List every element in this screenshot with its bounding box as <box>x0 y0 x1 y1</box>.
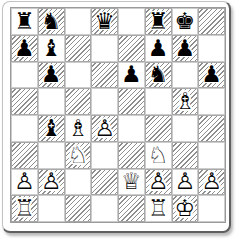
square-h1[interactable] <box>198 195 225 222</box>
piece-black-pawn: ♟ <box>172 35 199 62</box>
square-b6[interactable]: ♟ <box>38 62 65 89</box>
piece-white-pawn: ♟♙ <box>172 169 199 196</box>
square-a4[interactable] <box>11 115 38 142</box>
square-h3[interactable] <box>198 142 225 169</box>
square-a2[interactable]: ♟♙ <box>11 169 38 196</box>
piece-black-bishop: ♝ <box>38 35 65 62</box>
square-g4[interactable] <box>172 115 199 142</box>
square-h7[interactable] <box>198 35 225 62</box>
square-a3[interactable] <box>11 142 38 169</box>
piece-black-pawn: ♟ <box>198 62 225 89</box>
piece-black-knight: ♞ <box>145 62 172 89</box>
square-f7[interactable]: ♟ <box>145 35 172 62</box>
square-b4[interactable]: ♝ <box>38 115 65 142</box>
square-g5[interactable]: ♝♗ <box>172 88 199 115</box>
square-e5[interactable] <box>118 88 145 115</box>
square-b1[interactable] <box>38 195 65 222</box>
piece-white-pawn: ♟♙ <box>11 169 38 196</box>
square-b5[interactable] <box>38 88 65 115</box>
piece-black-pawn: ♟ <box>11 35 38 62</box>
piece-white-knight: ♞♘ <box>65 142 92 169</box>
square-g8[interactable]: ♚ <box>172 8 199 35</box>
square-e4[interactable] <box>118 115 145 142</box>
square-a8[interactable]: ♜ <box>11 8 38 35</box>
chess-board: ♜♞♛♜♚♟♝♟♟♟♟♞♟♝♗♝♝♗♟♙♞♘♞♘♟♙♟♙♛♕♟♙♟♙♟♙♜♖♜♖… <box>10 7 226 223</box>
piece-black-pawn: ♟ <box>145 35 172 62</box>
square-g2[interactable]: ♟♙ <box>172 169 199 196</box>
diagram-frame: ♜♞♛♜♚♟♝♟♟♟♟♞♟♝♗♝♝♗♟♙♞♘♞♘♟♙♟♙♛♕♟♙♟♙♟♙♜♖♜♖… <box>2 1 231 233</box>
square-g6[interactable] <box>172 62 199 89</box>
square-a1[interactable]: ♜♖ <box>11 195 38 222</box>
piece-white-pawn: ♟♙ <box>91 115 118 142</box>
square-c5[interactable] <box>65 88 92 115</box>
piece-black-rook: ♜ <box>11 8 38 35</box>
square-f3[interactable]: ♞♘ <box>145 142 172 169</box>
piece-black-bishop: ♝ <box>38 115 65 142</box>
square-d8[interactable]: ♛ <box>91 8 118 35</box>
piece-white-king: ♚♔ <box>172 195 199 222</box>
piece-white-queen: ♛♕ <box>118 169 145 196</box>
square-c4[interactable]: ♝♗ <box>65 115 92 142</box>
piece-white-pawn: ♟♙ <box>198 169 225 196</box>
square-e7[interactable] <box>118 35 145 62</box>
square-c7[interactable] <box>65 35 92 62</box>
piece-white-rook: ♜♖ <box>11 195 38 222</box>
piece-black-pawn: ♟ <box>38 62 65 89</box>
square-a5[interactable] <box>11 88 38 115</box>
piece-white-knight: ♞♘ <box>145 142 172 169</box>
square-c3[interactable]: ♞♘ <box>65 142 92 169</box>
piece-white-pawn: ♟♙ <box>38 169 65 196</box>
square-h6[interactable]: ♟ <box>198 62 225 89</box>
square-c2[interactable] <box>65 169 92 196</box>
square-g3[interactable] <box>172 142 199 169</box>
piece-black-rook: ♜ <box>145 8 172 35</box>
piece-white-bishop: ♝♗ <box>65 115 92 142</box>
square-d2[interactable] <box>91 169 118 196</box>
square-d6[interactable] <box>91 62 118 89</box>
piece-black-knight: ♞ <box>38 8 65 35</box>
square-f5[interactable] <box>145 88 172 115</box>
square-e6[interactable]: ♟ <box>118 62 145 89</box>
square-d3[interactable] <box>91 142 118 169</box>
square-c1[interactable] <box>65 195 92 222</box>
square-g7[interactable]: ♟ <box>172 35 199 62</box>
piece-black-pawn: ♟ <box>118 62 145 89</box>
square-b8[interactable]: ♞ <box>38 8 65 35</box>
square-b3[interactable] <box>38 142 65 169</box>
square-e1[interactable] <box>118 195 145 222</box>
square-f6[interactable]: ♞ <box>145 62 172 89</box>
page: ♜♞♛♜♚♟♝♟♟♟♟♞♟♝♗♝♝♗♟♙♞♘♞♘♟♙♟♙♛♕♟♙♟♙♟♙♜♖♜♖… <box>0 0 239 244</box>
square-f8[interactable]: ♜ <box>145 8 172 35</box>
square-d7[interactable] <box>91 35 118 62</box>
piece-white-pawn: ♟♙ <box>145 169 172 196</box>
square-a6[interactable] <box>11 62 38 89</box>
square-b2[interactable]: ♟♙ <box>38 169 65 196</box>
square-e2[interactable]: ♛♕ <box>118 169 145 196</box>
piece-black-queen: ♛ <box>91 8 118 35</box>
square-f2[interactable]: ♟♙ <box>145 169 172 196</box>
piece-black-king: ♚ <box>172 8 199 35</box>
piece-white-rook: ♜♖ <box>145 195 172 222</box>
square-h8[interactable] <box>198 8 225 35</box>
square-c8[interactable] <box>65 8 92 35</box>
square-b7[interactable]: ♝ <box>38 35 65 62</box>
square-e8[interactable] <box>118 8 145 35</box>
piece-white-bishop: ♝♗ <box>172 88 199 115</box>
square-f4[interactable] <box>145 115 172 142</box>
square-a7[interactable]: ♟ <box>11 35 38 62</box>
square-e3[interactable] <box>118 142 145 169</box>
square-d5[interactable] <box>91 88 118 115</box>
square-g1[interactable]: ♚♔ <box>172 195 199 222</box>
square-d4[interactable]: ♟♙ <box>91 115 118 142</box>
square-h2[interactable]: ♟♙ <box>198 169 225 196</box>
square-f1[interactable]: ♜♖ <box>145 195 172 222</box>
square-c6[interactable] <box>65 62 92 89</box>
square-h4[interactable] <box>198 115 225 142</box>
square-h5[interactable] <box>198 88 225 115</box>
square-d1[interactable] <box>91 195 118 222</box>
